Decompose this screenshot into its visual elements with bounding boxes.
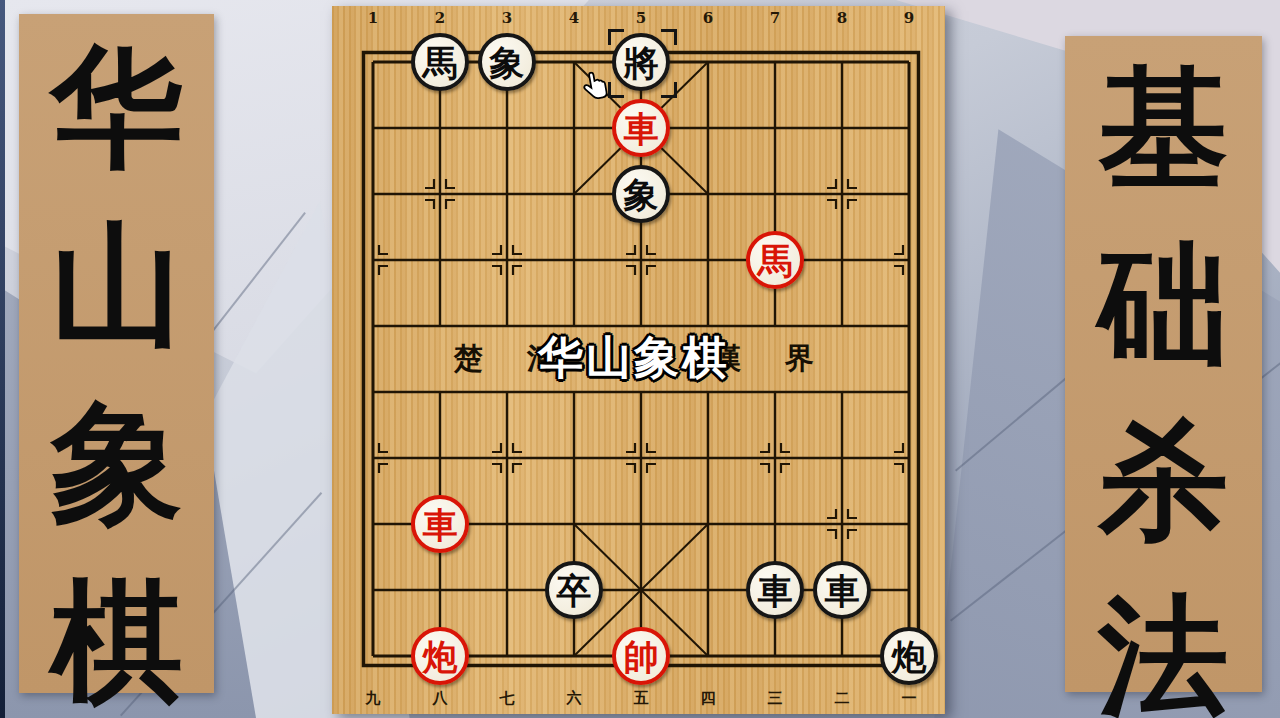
right-banner-title: 基础杀法: [1065, 36, 1262, 692]
file-number-top: 7: [770, 9, 780, 27]
piece-black-chariot[interactable]: 車: [746, 561, 804, 619]
piece-black-cannon[interactable]: 炮: [880, 627, 938, 685]
file-number-top: 1: [368, 9, 378, 27]
piece-red-horse[interactable]: 馬: [746, 231, 804, 289]
file-number-top: 8: [837, 9, 847, 27]
piece-red-cannon[interactable]: 炮: [411, 627, 469, 685]
river-char: 界: [785, 339, 814, 379]
selection-corner: [661, 82, 677, 98]
page-background: 华山象棋 基础杀法: [0, 0, 1280, 718]
piece-black-elephant[interactable]: 象: [612, 165, 670, 223]
file-number-top: 9: [904, 9, 914, 27]
file-number-bottom: 三: [768, 689, 783, 708]
file-number-top: 2: [435, 9, 445, 27]
selection-corner: [608, 29, 624, 45]
file-number-bottom: 六: [567, 689, 582, 708]
piece-red-general[interactable]: 帥: [612, 627, 670, 685]
left-edge-strip: [0, 0, 5, 718]
file-number-top: 3: [502, 9, 512, 27]
river-char: 楚: [454, 339, 483, 379]
banner-char: 础: [1099, 218, 1229, 394]
piece-black-chariot[interactable]: 車: [813, 561, 871, 619]
file-number-top: 6: [703, 9, 713, 27]
file-number-bottom: 七: [500, 689, 515, 708]
banner-char: 华: [51, 20, 183, 198]
file-number-top: 4: [569, 9, 579, 27]
piece-black-elephant[interactable]: 象: [478, 33, 536, 91]
file-number-bottom: 九: [366, 689, 381, 708]
hand-cursor-icon: [580, 69, 612, 104]
piece-black-horse[interactable]: 馬: [411, 33, 469, 91]
xiangqi-board[interactable]: 123456789 九八七六五四三二一 楚河 漢界 华山象棋 馬象將車象馬車卒車…: [332, 6, 945, 714]
piece-black-soldier[interactable]: 卒: [545, 561, 603, 619]
river-watermark: 华山象棋: [538, 328, 730, 388]
file-number-top: 5: [636, 9, 646, 27]
piece-red-chariot[interactable]: 車: [411, 495, 469, 553]
left-banner-title: 华山象棋: [19, 14, 214, 693]
piece-red-chariot[interactable]: 車: [612, 99, 670, 157]
file-number-bottom: 一: [902, 689, 917, 708]
banner-char: 法: [1099, 570, 1229, 718]
selection-corner: [661, 29, 677, 45]
banner-char: 棋: [51, 554, 183, 718]
file-number-bottom: 五: [634, 689, 649, 708]
file-number-bottom: 二: [835, 689, 850, 708]
banner-char: 山: [51, 198, 183, 376]
banner-char: 象: [51, 376, 183, 554]
banner-char: 杀: [1099, 394, 1229, 570]
file-number-bottom: 八: [433, 689, 448, 708]
file-number-bottom: 四: [701, 689, 716, 708]
banner-char: 基: [1099, 42, 1229, 218]
